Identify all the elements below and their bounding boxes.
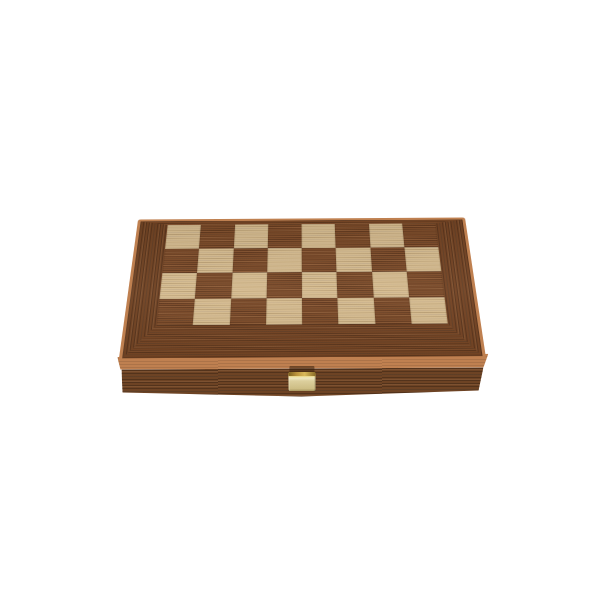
board-square xyxy=(338,297,375,324)
clasp-gold-edge xyxy=(288,371,315,375)
board-square xyxy=(229,298,266,325)
board-square xyxy=(302,272,338,298)
board-square xyxy=(372,272,409,298)
chessboard xyxy=(157,223,448,325)
board-square xyxy=(337,272,374,298)
board-square xyxy=(368,224,404,248)
product-photo-scene xyxy=(0,0,600,600)
board-square xyxy=(406,271,444,297)
board-square xyxy=(195,273,232,299)
board-square xyxy=(302,298,339,325)
board-square xyxy=(165,225,201,249)
board-square xyxy=(233,224,268,248)
board-square xyxy=(373,297,411,324)
board-square xyxy=(302,247,337,272)
chess-box xyxy=(0,0,600,600)
board-square xyxy=(409,297,448,324)
board-square xyxy=(231,272,267,298)
board-square xyxy=(302,224,336,248)
lid-surface xyxy=(122,219,482,358)
board-square xyxy=(267,248,302,273)
board-square xyxy=(402,223,438,247)
board-square xyxy=(162,248,199,273)
board-square xyxy=(157,298,196,325)
board-lid xyxy=(119,218,486,361)
board-square xyxy=(266,298,302,325)
board-square xyxy=(268,224,302,248)
brass-clasp xyxy=(288,371,315,391)
board-square xyxy=(266,272,302,298)
board-square xyxy=(193,298,231,325)
board-square xyxy=(232,248,267,273)
board-square xyxy=(197,248,233,273)
board-square xyxy=(336,247,372,272)
board-square xyxy=(404,247,441,272)
board-square xyxy=(159,273,197,299)
board-square xyxy=(335,224,370,248)
board-square xyxy=(199,225,234,249)
board-square xyxy=(370,247,406,272)
